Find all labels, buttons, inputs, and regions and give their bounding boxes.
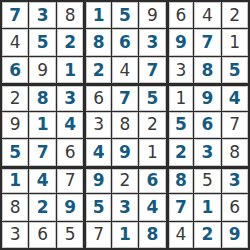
cell-r3c1[interactable]: 6 [2,57,28,83]
cell-r8c3[interactable]: 9 [57,194,83,220]
cell-r1c9: 2 [222,2,248,28]
cell-r8c1: 8 [2,194,28,220]
cell-r6c1[interactable]: 5 [2,139,28,165]
cell-r4c6[interactable]: 5 [139,84,165,110]
cell-r9c8[interactable]: 2 [194,222,220,248]
cell-r9c5[interactable]: 1 [112,222,138,248]
cell-r9c7: 4 [167,222,193,248]
cell-r6c2[interactable]: 7 [29,139,55,165]
cell-r7c5: 2 [112,167,138,193]
cell-r8c9: 6 [222,194,248,220]
cell-r2c3[interactable]: 2 [57,29,83,55]
cell-r5c1: 9 [2,112,28,138]
cell-r7c6[interactable]: 6 [139,167,165,193]
cell-r4c4: 6 [84,84,110,110]
cell-r6c5[interactable]: 9 [112,139,138,165]
cell-r4c7: 1 [167,84,193,110]
cell-r5c2[interactable]: 1 [29,112,55,138]
cell-r8c6[interactable]: 4 [139,194,165,220]
cell-r6c4[interactable]: 4 [84,139,110,165]
cell-r4c1: 2 [2,84,28,110]
cell-r8c7[interactable]: 7 [167,194,193,220]
cell-r6c3: 6 [57,139,83,165]
cell-r7c2[interactable]: 4 [29,167,55,193]
cell-r2c4[interactable]: 8 [84,29,110,55]
cell-r3c4[interactable]: 2 [84,57,110,83]
cell-r2c2[interactable]: 5 [29,29,55,55]
cell-r2c8[interactable]: 7 [194,29,220,55]
cell-r7c1[interactable]: 1 [2,167,28,193]
cell-r8c4[interactable]: 5 [84,194,110,220]
cell-r3c7: 3 [167,57,193,83]
cell-r6c6: 1 [139,139,165,165]
cell-r2c7[interactable]: 9 [167,29,193,55]
cell-r3c8[interactable]: 8 [194,57,220,83]
cell-r9c9[interactable]: 9 [222,222,248,248]
cell-r5c4: 3 [84,112,110,138]
cell-r7c8: 5 [194,167,220,193]
cell-r1c2[interactable]: 3 [29,2,55,28]
cell-r9c3: 5 [57,222,83,248]
cell-r6c7[interactable]: 2 [167,139,193,165]
cell-r4c2[interactable]: 8 [29,84,55,110]
cell-r5c9: 7 [222,112,248,138]
cell-r9c1: 3 [2,222,28,248]
cell-r5c8[interactable]: 6 [194,112,220,138]
cell-r4c8[interactable]: 9 [194,84,220,110]
cell-r8c2[interactable]: 2 [29,194,55,220]
cell-r9c6[interactable]: 8 [139,222,165,248]
cell-r3c3[interactable]: 1 [57,57,83,83]
cell-r1c4[interactable]: 1 [84,2,110,28]
cell-r5c6: 2 [139,112,165,138]
sudoku-board: 7381596424528639716912473852836751949143… [0,0,250,250]
cell-r1c5[interactable]: 5 [112,2,138,28]
cell-r5c7[interactable]: 5 [167,112,193,138]
cell-r2c5[interactable]: 6 [112,29,138,55]
cell-r3c9[interactable]: 5 [222,57,248,83]
cell-r7c3: 7 [57,167,83,193]
cell-r6c9: 8 [222,139,248,165]
cell-r1c7: 6 [167,2,193,28]
cell-r5c3[interactable]: 4 [57,112,83,138]
cell-r9c2: 6 [29,222,55,248]
cell-r7c9[interactable]: 3 [222,167,248,193]
cell-r3c6[interactable]: 7 [139,57,165,83]
cell-r1c1[interactable]: 7 [2,2,28,28]
cell-r8c5[interactable]: 3 [112,194,138,220]
cell-r4c3[interactable]: 3 [57,84,83,110]
cell-r1c6: 9 [139,2,165,28]
cell-r3c2: 9 [29,57,55,83]
cell-r8c8[interactable]: 1 [194,194,220,220]
cell-r6c8[interactable]: 3 [194,139,220,165]
cell-r7c4[interactable]: 9 [84,167,110,193]
cell-r2c6[interactable]: 3 [139,29,165,55]
cell-r2c1: 4 [2,29,28,55]
cell-r4c5[interactable]: 7 [112,84,138,110]
cell-r1c3: 8 [57,2,83,28]
cell-r7c7[interactable]: 8 [167,167,193,193]
cell-r3c5: 4 [112,57,138,83]
cell-r4c9[interactable]: 4 [222,84,248,110]
cell-r9c4: 7 [84,222,110,248]
cell-r2c9: 1 [222,29,248,55]
cell-r1c8: 4 [194,2,220,28]
cell-r5c5: 8 [112,112,138,138]
